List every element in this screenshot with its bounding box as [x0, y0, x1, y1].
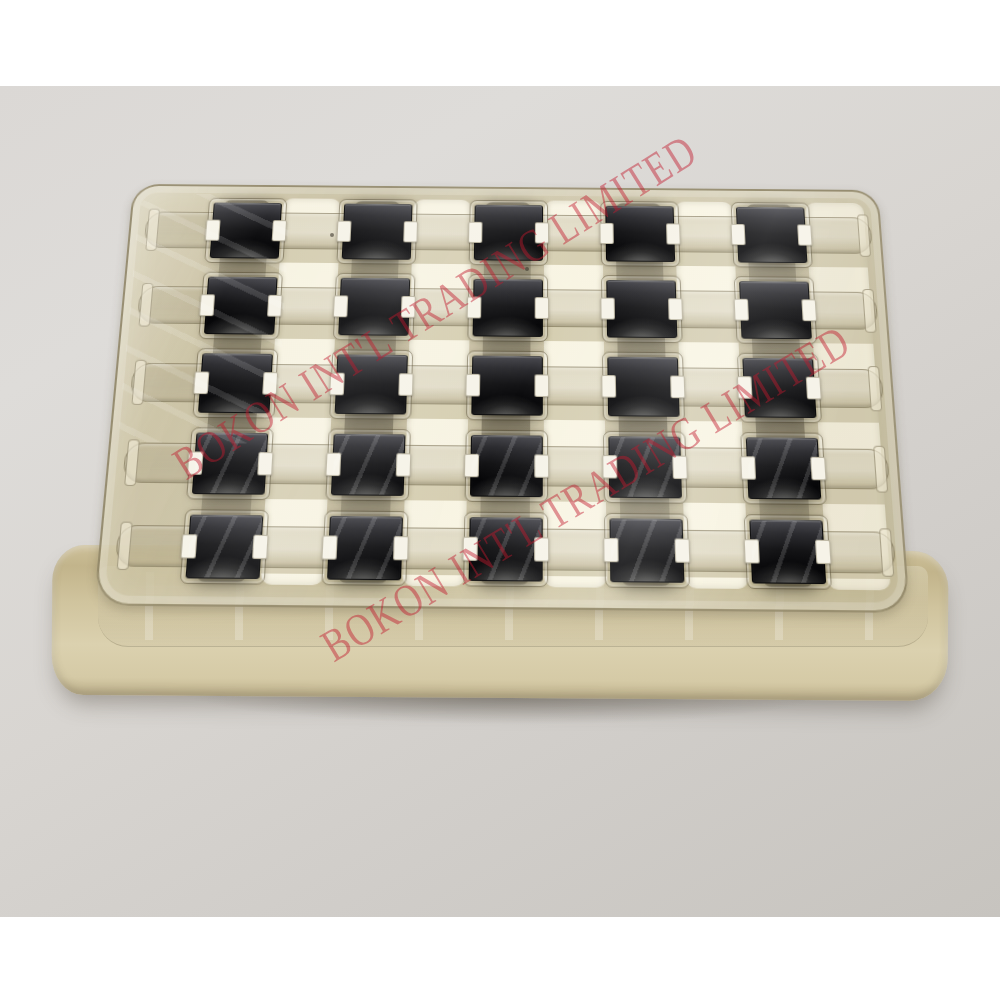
channel-stub-end-right — [879, 528, 894, 577]
retention-tab-left — [730, 224, 745, 245]
retention-tab-right — [667, 298, 682, 320]
retention-tab-right — [797, 224, 812, 245]
component-chip — [745, 437, 821, 499]
retention-tab-right — [266, 295, 282, 317]
retention-tab-left — [468, 222, 482, 243]
retention-tab-left — [180, 534, 197, 558]
retention-tab-left — [193, 371, 209, 394]
retention-tab-left — [204, 220, 220, 241]
component-chip — [606, 280, 677, 338]
retention-tab-left — [465, 374, 480, 397]
retention-tab-left — [601, 375, 616, 398]
component-chip — [749, 520, 826, 585]
component-chip — [341, 204, 412, 260]
retention-tab-right — [534, 374, 549, 397]
retention-tab-left — [733, 299, 748, 321]
retention-tab-right — [395, 453, 411, 476]
retention-tab-left — [740, 456, 756, 480]
channel-stub-end-right — [868, 366, 883, 411]
retention-tab-right — [392, 536, 408, 560]
retention-tab-left — [325, 453, 341, 476]
component-chip — [607, 357, 679, 417]
retention-tab-left — [463, 454, 478, 478]
channel-stub-end-right — [873, 446, 888, 493]
product-photo-canvas: BOKON INT'L TRADING LIMITED BOKON INT'L … — [0, 0, 1000, 1000]
retention-tab-left — [600, 298, 615, 320]
component-chip — [609, 518, 684, 583]
retention-tab-right — [257, 452, 273, 475]
component-chip — [330, 434, 405, 496]
retention-tab-right — [665, 223, 680, 244]
component-chip — [739, 281, 812, 339]
retention-tab-left — [332, 295, 347, 317]
retention-tab-right — [810, 457, 826, 481]
component-chip — [326, 516, 402, 580]
retention-tab-right — [814, 540, 831, 564]
channel-stub-end-right — [862, 289, 876, 333]
retention-tab-right — [251, 535, 268, 559]
retention-tab-left — [743, 539, 759, 563]
photo-background: BOKON INT'L TRADING LIMITED BOKON INT'L … — [0, 86, 1000, 917]
channel-stub-end-right — [857, 214, 871, 256]
retention-tab-right — [801, 299, 817, 321]
retention-tab-right — [534, 454, 549, 478]
retention-tab-right — [674, 539, 690, 563]
retention-tab-right — [271, 220, 286, 241]
retention-tab-left — [199, 294, 215, 316]
dust-speck — [330, 233, 334, 237]
component-chip — [471, 356, 543, 416]
component-chip — [203, 277, 277, 335]
retention-tab-right — [398, 373, 413, 396]
component-chip — [469, 435, 542, 497]
component-chip — [185, 515, 263, 579]
retention-tab-right — [670, 376, 685, 399]
retention-tab-left — [336, 221, 351, 242]
retention-tab-left — [321, 535, 337, 559]
retention-tab-right — [403, 221, 418, 242]
retention-tab-right — [534, 297, 548, 319]
component-chip — [209, 203, 281, 259]
component-chip — [735, 207, 807, 263]
retention-tab-left — [603, 538, 618, 562]
